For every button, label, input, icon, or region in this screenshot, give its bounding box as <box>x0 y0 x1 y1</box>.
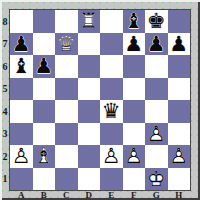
square-f7[interactable]: ♟ <box>123 33 146 56</box>
square-h3[interactable] <box>168 123 191 146</box>
square-b8[interactable] <box>33 10 56 33</box>
square-f2[interactable]: ♟♙ <box>123 145 146 168</box>
piece-white-bishop[interactable]: ♝♗ <box>33 145 56 168</box>
square-c6[interactable] <box>55 55 78 78</box>
square-d6[interactable] <box>78 55 101 78</box>
square-c8[interactable] <box>55 10 78 33</box>
square-d8[interactable]: ♜♖ <box>78 10 101 33</box>
square-b5[interactable] <box>33 78 56 101</box>
square-c1[interactable] <box>55 168 78 191</box>
square-f5[interactable] <box>123 78 146 101</box>
square-e3[interactable] <box>100 123 123 146</box>
square-a3[interactable] <box>10 123 33 146</box>
piece-black-bishop[interactable]: ♝ <box>123 10 146 33</box>
black-pawn-glyph: ♟ <box>10 33 33 56</box>
square-f4[interactable] <box>123 100 146 123</box>
square-b1[interactable] <box>33 168 56 191</box>
file-label-H: H <box>168 190 191 200</box>
piece-white-rook[interactable]: ♜♖ <box>78 10 101 33</box>
piece-white-pawn[interactable]: ♟♙ <box>123 145 146 168</box>
square-c5[interactable] <box>55 78 78 101</box>
square-e6[interactable] <box>100 55 123 78</box>
square-f6[interactable] <box>123 55 146 78</box>
file-label-G: G <box>145 190 168 200</box>
square-b3[interactable] <box>33 123 56 146</box>
square-h7[interactable]: ♟ <box>168 33 191 56</box>
white-rook-outline-glyph: ♖ <box>78 10 101 33</box>
square-h4[interactable] <box>168 100 191 123</box>
rank-label-1: 1 <box>0 168 10 191</box>
square-a8[interactable] <box>10 10 33 33</box>
square-f1[interactable] <box>123 168 146 191</box>
white-pawn-outline-glyph: ♙ <box>100 145 123 168</box>
square-h1[interactable] <box>168 168 191 191</box>
square-d7[interactable] <box>78 33 101 56</box>
piece-white-pawn[interactable]: ♟♙ <box>168 145 191 168</box>
white-bishop-outline-glyph: ♗ <box>33 145 56 168</box>
square-h6[interactable] <box>168 55 191 78</box>
square-b2[interactable]: ♝♗ <box>33 145 56 168</box>
square-d3[interactable] <box>78 123 101 146</box>
square-g8[interactable]: ♚ <box>145 10 168 33</box>
piece-black-pawn[interactable]: ♟ <box>10 33 33 56</box>
square-c2[interactable] <box>55 145 78 168</box>
square-g7[interactable]: ♟ <box>145 33 168 56</box>
square-g2[interactable] <box>145 145 168 168</box>
chessboard: ♜♖♝♚♟♛♕♟♟♟♝♟♛♟♙♟♙♝♗♟♙♟♙♟♙♚♔ <box>10 10 190 190</box>
black-pawn-glyph: ♟ <box>145 33 168 56</box>
piece-black-queen[interactable]: ♛ <box>100 100 123 123</box>
square-f3[interactable] <box>123 123 146 146</box>
file-label-A: A <box>10 190 33 200</box>
rank-label-3: 3 <box>0 123 10 146</box>
square-a6[interactable]: ♝ <box>10 55 33 78</box>
white-pawn-outline-glyph: ♙ <box>123 145 146 168</box>
square-c7[interactable]: ♛♕ <box>55 33 78 56</box>
square-e8[interactable] <box>100 10 123 33</box>
file-label-D: D <box>78 190 101 200</box>
file-label-F: F <box>123 190 146 200</box>
square-e7[interactable] <box>100 33 123 56</box>
rank-label-7: 7 <box>0 33 10 56</box>
square-g6[interactable] <box>145 55 168 78</box>
square-h2[interactable]: ♟♙ <box>168 145 191 168</box>
piece-white-pawn[interactable]: ♟♙ <box>10 145 33 168</box>
black-pawn-glyph: ♟ <box>123 33 146 56</box>
black-king-glyph: ♚ <box>145 10 168 33</box>
square-d5[interactable] <box>78 78 101 101</box>
piece-black-king[interactable]: ♚ <box>145 10 168 33</box>
piece-black-pawn[interactable]: ♟ <box>33 55 56 78</box>
square-a4[interactable] <box>10 100 33 123</box>
square-d1[interactable] <box>78 168 101 191</box>
rank-label-4: 4 <box>0 100 10 123</box>
square-e4[interactable]: ♛ <box>100 100 123 123</box>
piece-white-pawn[interactable]: ♟♙ <box>100 145 123 168</box>
piece-black-pawn[interactable]: ♟ <box>123 33 146 56</box>
rank-label-5: 5 <box>0 78 10 101</box>
black-bishop-glyph: ♝ <box>123 10 146 33</box>
square-h5[interactable] <box>168 78 191 101</box>
square-h8[interactable] <box>168 10 191 33</box>
black-queen-glyph: ♛ <box>100 100 123 123</box>
white-queen-outline-glyph: ♕ <box>55 33 78 56</box>
black-bishop-glyph: ♝ <box>10 55 33 78</box>
piece-white-pawn[interactable]: ♟♙ <box>145 123 168 146</box>
file-label-C: C <box>55 190 78 200</box>
square-e1[interactable] <box>100 168 123 191</box>
square-a5[interactable] <box>10 78 33 101</box>
square-c3[interactable] <box>55 123 78 146</box>
white-king-outline-glyph: ♔ <box>145 168 168 191</box>
square-b4[interactable] <box>33 100 56 123</box>
square-g3[interactable]: ♟♙ <box>145 123 168 146</box>
square-d4[interactable] <box>78 100 101 123</box>
black-pawn-glyph: ♟ <box>168 33 191 56</box>
square-c4[interactable] <box>55 100 78 123</box>
square-a1[interactable] <box>10 168 33 191</box>
black-pawn-glyph: ♟ <box>33 55 56 78</box>
square-a7[interactable]: ♟ <box>10 33 33 56</box>
piece-black-pawn[interactable]: ♟ <box>145 33 168 56</box>
piece-black-bishop[interactable]: ♝ <box>10 55 33 78</box>
square-a2[interactable]: ♟♙ <box>10 145 33 168</box>
file-label-B: B <box>33 190 56 200</box>
square-g1[interactable]: ♚♔ <box>145 168 168 191</box>
square-d2[interactable] <box>78 145 101 168</box>
square-b7[interactable] <box>33 33 56 56</box>
chessboard-frame: ♜♖♝♚♟♛♕♟♟♟♝♟♛♟♙♟♙♝♗♟♙♟♙♟♙♚♔ 87654321 ABC… <box>0 0 200 200</box>
square-f8[interactable]: ♝ <box>123 10 146 33</box>
rank-label-6: 6 <box>0 55 10 78</box>
square-e2[interactable]: ♟♙ <box>100 145 123 168</box>
square-e5[interactable] <box>100 78 123 101</box>
file-label-E: E <box>100 190 123 200</box>
white-pawn-outline-glyph: ♙ <box>168 145 191 168</box>
piece-white-queen[interactable]: ♛♕ <box>55 33 78 56</box>
square-g4[interactable] <box>145 100 168 123</box>
piece-white-king[interactable]: ♚♔ <box>145 168 168 191</box>
white-pawn-outline-glyph: ♙ <box>145 123 168 146</box>
rank-label-2: 2 <box>0 145 10 168</box>
piece-black-pawn[interactable]: ♟ <box>168 33 191 56</box>
square-g5[interactable] <box>145 78 168 101</box>
square-b6[interactable]: ♟ <box>33 55 56 78</box>
white-pawn-outline-glyph: ♙ <box>10 145 33 168</box>
rank-label-8: 8 <box>0 10 10 33</box>
